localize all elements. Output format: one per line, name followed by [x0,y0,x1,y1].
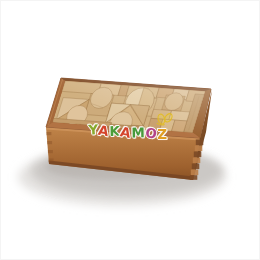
product-photo-canvas: YAKAMOZ [0,0,260,260]
watermark-letter: Z [157,126,167,142]
